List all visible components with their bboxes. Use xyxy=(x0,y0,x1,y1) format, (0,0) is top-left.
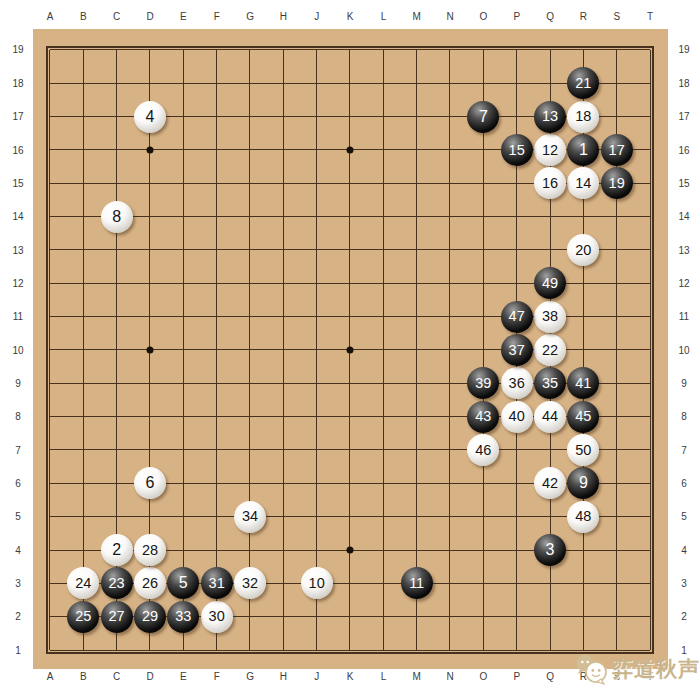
row-label: 13 xyxy=(673,233,695,266)
watermark: 弈道秋声 xyxy=(573,650,700,688)
stone-black: 19 xyxy=(601,167,633,199)
stone-black: 43 xyxy=(467,401,499,433)
stone-black: 13 xyxy=(534,101,566,133)
column-label: L xyxy=(367,671,400,685)
row-label: 2 xyxy=(673,600,695,633)
row-label: 6 xyxy=(7,467,29,500)
column-label: C xyxy=(100,11,133,25)
row-label: 1 xyxy=(7,633,29,666)
column-label: E xyxy=(167,11,200,25)
stone-white: 20 xyxy=(567,234,599,266)
row-label: 3 xyxy=(673,567,695,600)
stone-white: 46 xyxy=(467,434,499,466)
row-label: 18 xyxy=(7,67,29,100)
row-labels-left: 19181716151413121110987654321 xyxy=(7,33,29,666)
row-label: 6 xyxy=(673,467,695,500)
stone-black: 1 xyxy=(567,134,599,166)
go-diagram: ABCDEFGHJKLMNOPQRST ABCDEFGHJKLMNOPQRST … xyxy=(0,0,700,700)
stone-black: 17 xyxy=(601,134,633,166)
column-labels-top: ABCDEFGHJKLMNOPQRST xyxy=(33,11,666,25)
column-label: S xyxy=(600,11,633,25)
column-label: Q xyxy=(533,671,566,685)
stone-white: 32 xyxy=(234,567,266,599)
column-label: O xyxy=(467,671,500,685)
stone-white: 36 xyxy=(501,367,533,399)
column-label: P xyxy=(500,11,533,25)
column-label: G xyxy=(233,671,266,685)
stone-black: 23 xyxy=(101,567,133,599)
stone-white: 16 xyxy=(534,167,566,199)
stone-white: 44 xyxy=(534,401,566,433)
row-label: 12 xyxy=(7,267,29,300)
stone-black: 37 xyxy=(501,334,533,366)
stone-white: 30 xyxy=(201,601,233,633)
star-point xyxy=(346,547,353,554)
column-label: J xyxy=(300,671,333,685)
column-label: M xyxy=(400,671,433,685)
column-label: D xyxy=(133,11,166,25)
column-label: K xyxy=(333,671,366,685)
row-label: 15 xyxy=(7,167,29,200)
column-label: Q xyxy=(533,11,566,25)
row-label: 4 xyxy=(673,533,695,566)
column-label: E xyxy=(167,671,200,685)
stone-white: 42 xyxy=(534,467,566,499)
stone-black: 7 xyxy=(467,101,499,133)
row-label: 16 xyxy=(7,133,29,166)
column-label: H xyxy=(267,671,300,685)
row-label: 17 xyxy=(7,100,29,133)
stone-black: 21 xyxy=(567,67,599,99)
stone-black: 27 xyxy=(101,601,133,633)
stone-white: 8 xyxy=(101,201,133,233)
stone-white: 40 xyxy=(501,401,533,433)
star-point xyxy=(346,346,353,353)
stones-layer: 1234567891011121314151617181920212223242… xyxy=(33,33,666,666)
stone-black: 35 xyxy=(534,367,566,399)
star-point xyxy=(346,146,353,153)
row-label: 2 xyxy=(7,600,29,633)
stone-white: 26 xyxy=(134,567,166,599)
column-label: M xyxy=(400,11,433,25)
stone-black: 3 xyxy=(534,534,566,566)
stone-black: 25 xyxy=(67,601,99,633)
column-label: H xyxy=(267,11,300,25)
stone-black: 49 xyxy=(534,267,566,299)
row-label: 3 xyxy=(7,567,29,600)
row-label: 10 xyxy=(673,333,695,366)
stone-black: 5 xyxy=(167,567,199,599)
stone-white: 50 xyxy=(567,434,599,466)
row-label: 14 xyxy=(673,200,695,233)
column-label: T xyxy=(633,11,666,25)
column-label: A xyxy=(33,11,66,25)
stone-white: 34 xyxy=(234,501,266,533)
stone-black: 41 xyxy=(567,367,599,399)
stone-white: 28 xyxy=(134,534,166,566)
row-label: 9 xyxy=(7,367,29,400)
column-label: O xyxy=(467,11,500,25)
stone-white: 6 xyxy=(134,467,166,499)
stone-black: 15 xyxy=(501,134,533,166)
column-label: J xyxy=(300,11,333,25)
row-label: 8 xyxy=(7,400,29,433)
stone-black: 33 xyxy=(167,601,199,633)
row-label: 16 xyxy=(673,133,695,166)
stone-black: 29 xyxy=(134,601,166,633)
stone-white: 4 xyxy=(134,101,166,133)
column-label: B xyxy=(67,671,100,685)
column-label: P xyxy=(500,671,533,685)
column-label: C xyxy=(100,671,133,685)
row-label: 8 xyxy=(673,400,695,433)
row-label: 7 xyxy=(673,433,695,466)
stone-white: 24 xyxy=(67,567,99,599)
column-label: A xyxy=(33,671,66,685)
row-label: 4 xyxy=(7,533,29,566)
column-label: N xyxy=(433,671,466,685)
stone-black: 31 xyxy=(201,567,233,599)
stone-black: 11 xyxy=(401,567,433,599)
row-label: 13 xyxy=(7,233,29,266)
column-label: F xyxy=(200,671,233,685)
column-label: L xyxy=(367,11,400,25)
column-labels-bottom: ABCDEFGHJKLMNOPQRST xyxy=(33,671,666,685)
row-labels-right: 19181716151413121110987654321 xyxy=(673,33,695,666)
column-label: K xyxy=(333,11,366,25)
watermark-text: 弈道秋声 xyxy=(612,655,700,683)
row-label: 17 xyxy=(673,100,695,133)
row-label: 19 xyxy=(673,33,695,66)
row-label: 18 xyxy=(673,67,695,100)
stone-black: 47 xyxy=(501,301,533,333)
row-label: 15 xyxy=(673,167,695,200)
stone-white: 18 xyxy=(567,101,599,133)
column-label: G xyxy=(233,11,266,25)
star-point xyxy=(146,146,153,153)
column-label: B xyxy=(67,11,100,25)
column-label: N xyxy=(433,11,466,25)
row-label: 12 xyxy=(673,267,695,300)
stone-white: 2 xyxy=(101,534,133,566)
stone-white: 12 xyxy=(534,134,566,166)
star-point xyxy=(146,346,153,353)
row-label: 9 xyxy=(673,367,695,400)
row-label: 5 xyxy=(7,500,29,533)
stone-black: 45 xyxy=(567,401,599,433)
column-label: R xyxy=(567,11,600,25)
row-label: 14 xyxy=(7,200,29,233)
row-label: 10 xyxy=(7,333,29,366)
stone-black: 39 xyxy=(467,367,499,399)
stone-white: 48 xyxy=(567,501,599,533)
row-label: 19 xyxy=(7,33,29,66)
column-label: F xyxy=(200,11,233,25)
row-label: 5 xyxy=(673,500,695,533)
stone-white: 14 xyxy=(567,167,599,199)
stone-white: 10 xyxy=(301,567,333,599)
stone-white: 22 xyxy=(534,334,566,366)
column-label: D xyxy=(133,671,166,685)
row-label: 11 xyxy=(673,300,695,333)
stone-white: 38 xyxy=(534,301,566,333)
wechat-icon xyxy=(573,653,609,685)
row-label: 7 xyxy=(7,433,29,466)
row-label: 11 xyxy=(7,300,29,333)
stone-black: 9 xyxy=(567,467,599,499)
